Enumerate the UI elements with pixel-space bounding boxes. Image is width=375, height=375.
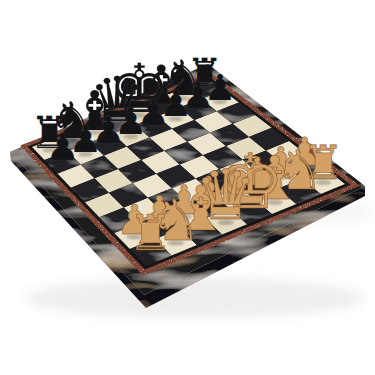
chess-set-photo: ♜♞♟♝♟♚♟♛♟♝♟♞♟♜♟♟♟♟♜♟♞♟♝♟♚♟♛♟♝♟♞♜ bbox=[0, 0, 375, 375]
chess-board bbox=[0, 0, 375, 375]
